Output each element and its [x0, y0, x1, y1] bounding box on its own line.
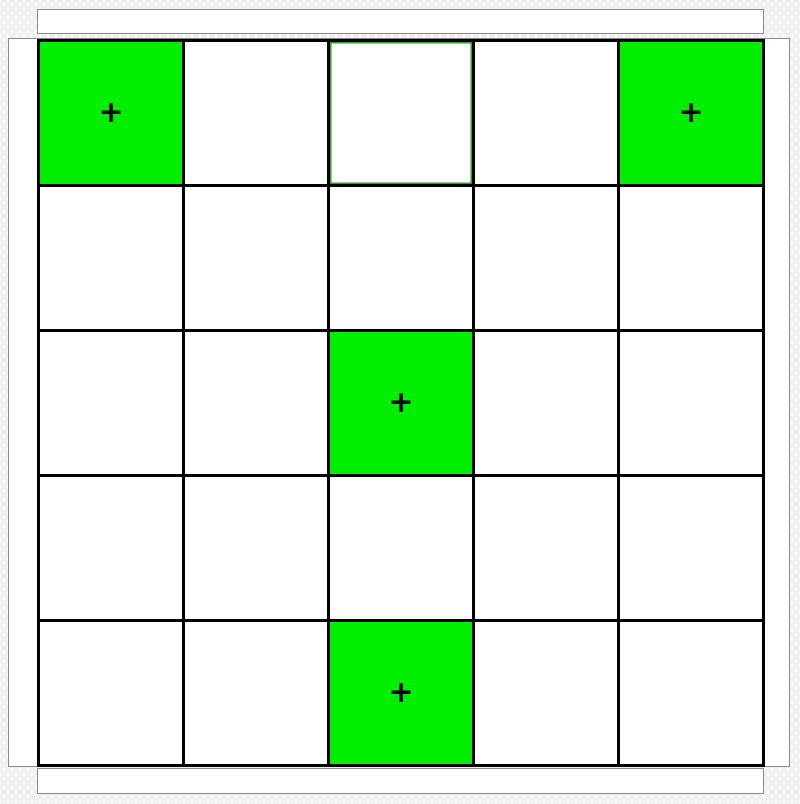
cell-r1-c3[interactable] [475, 187, 617, 329]
cell-r3-c2[interactable] [330, 477, 472, 619]
plus-mark: + [388, 387, 413, 417]
cell-r3-c4[interactable] [620, 477, 762, 619]
plus-mark: + [678, 97, 703, 127]
cell-r3-c0[interactable] [40, 477, 182, 619]
cell-r0-c1[interactable] [185, 42, 327, 184]
cell-r4-c1[interactable] [185, 622, 327, 764]
top-panel [37, 9, 764, 34]
cell-r3-c3[interactable] [475, 477, 617, 619]
plus-mark: + [388, 677, 413, 707]
cell-r1-c4[interactable] [620, 187, 762, 329]
page-background: + + + + [0, 0, 800, 804]
cell-r3-c1[interactable] [185, 477, 327, 619]
cell-r2-c2[interactable]: + [330, 332, 472, 474]
cell-r0-c3[interactable] [475, 42, 617, 184]
game-board: + + + + [37, 39, 765, 767]
cell-r0-c4[interactable]: + [620, 42, 762, 184]
cell-r4-c4[interactable] [620, 622, 762, 764]
cell-r0-c2[interactable] [330, 42, 472, 184]
cell-r1-c0[interactable] [40, 187, 182, 329]
cell-r1-c2[interactable] [330, 187, 472, 329]
cell-r2-c1[interactable] [185, 332, 327, 474]
cell-r4-c0[interactable] [40, 622, 182, 764]
cell-r2-c4[interactable] [620, 332, 762, 474]
cell-r1-c1[interactable] [185, 187, 327, 329]
bottom-panel [37, 768, 764, 794]
cell-r0-c0[interactable]: + [40, 42, 182, 184]
cell-r2-c3[interactable] [475, 332, 617, 474]
cell-r4-c2[interactable]: + [330, 622, 472, 764]
cell-r2-c0[interactable] [40, 332, 182, 474]
plus-mark: + [98, 97, 123, 127]
cell-r4-c3[interactable] [475, 622, 617, 764]
